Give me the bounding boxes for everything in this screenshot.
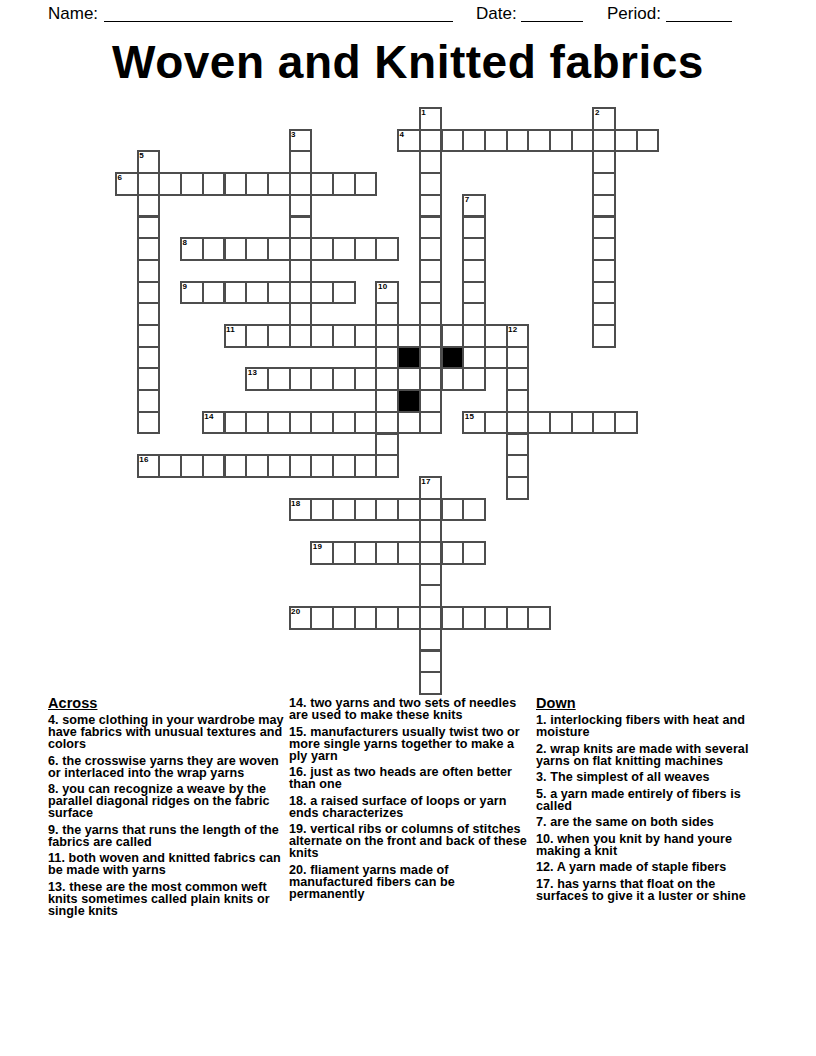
clue-down-10: 10. when you knit by hand youre making a… [536,833,764,857]
grid-cell[interactable] [354,324,378,348]
grid-cell[interactable] [375,498,399,522]
clue-across-9: 9. the yarns that runs the length of the… [48,824,285,848]
grid-cell[interactable] [419,541,443,565]
grid-cell[interactable] [592,216,616,240]
grid-cell[interactable] [332,541,356,565]
grid-cell[interactable] [289,172,313,196]
grid-cell[interactable] [462,281,486,305]
grid-cell[interactable] [462,129,486,153]
grid-cell[interactable] [527,411,551,435]
grid-cell[interactable] [441,129,465,153]
grid-cell[interactable] [245,172,269,196]
grid-cell[interactable] [332,498,356,522]
crossword-grid: 1234567891011121314151617181920 [116,108,659,694]
grid-cell-black [441,346,465,370]
grid-cell[interactable] [158,454,182,478]
grid-cell[interactable] [419,519,443,543]
grid-cell[interactable] [332,172,356,196]
grid-cell[interactable] [375,389,399,413]
grid-cell[interactable] [527,129,551,153]
grid-cell[interactable] [354,498,378,522]
grid-cell[interactable] [375,454,399,478]
grid-cell[interactable] [484,324,508,348]
clue-down-17: 17. has yarns that float on the surfaces… [536,878,764,902]
grid-cell[interactable] [375,606,399,630]
grid-cell[interactable] [202,172,226,196]
grid-cell[interactable] [592,150,616,174]
date-blank-line[interactable] [521,3,583,22]
grid-cell[interactable] [419,150,443,174]
grid-cell[interactable] [310,411,334,435]
grid-cell[interactable] [202,281,226,305]
grid-cell[interactable] [397,411,421,435]
grid-cell[interactable] [375,346,399,370]
grid-cell[interactable] [245,237,269,261]
grid-cell[interactable] [158,172,182,196]
grid-cell[interactable] [332,606,356,630]
grid-cell[interactable] [506,476,530,500]
grid-cell[interactable] [592,259,616,283]
clue-down-2: 2. wrap knits are made with several yarn… [536,743,764,767]
grid-cell[interactable] [267,237,291,261]
clue-number: 10 [378,283,388,291]
clue-across-16: 16. just as two heads are often better t… [289,766,532,790]
grid-cell[interactable] [592,324,616,348]
grid-cell[interactable] [310,454,334,478]
clue-across-20: 20. fliament yarns made of manufactured … [289,864,532,900]
grid-cell[interactable] [397,498,421,522]
clues-column-1: Across 4. some clothing in your wardrobe… [48,697,285,921]
grid-cell[interactable] [267,324,291,348]
grid-cell[interactable] [332,411,356,435]
grid-cell[interactable] [137,237,161,261]
grid-cell[interactable] [375,541,399,565]
clues-column-3: Down 1. interlocking fibers with heat an… [536,697,764,906]
grid-cell[interactable] [267,281,291,305]
grid-cell[interactable] [419,498,443,522]
clue-number: 2 [595,109,600,117]
grid-cell[interactable] [462,606,486,630]
grid-cell[interactable] [484,346,508,370]
clue-number: 19 [313,543,323,551]
grid-cell[interactable] [354,606,378,630]
clue-number: 9 [183,283,188,291]
grid-cell[interactable] [289,367,313,391]
grid-cell[interactable] [462,541,486,565]
grid-cell[interactable] [245,411,269,435]
clue-down-12: 12. A yarn made of staple fibers [536,861,764,873]
grid-cell[interactable] [462,216,486,240]
grid-cell[interactable] [419,346,443,370]
grid-cell[interactable] [245,324,269,348]
grid-cell[interactable] [354,541,378,565]
down-heading: Down [536,697,764,709]
grid-cell[interactable] [462,259,486,283]
grid-cell[interactable] [614,129,638,153]
grid-cell[interactable] [310,172,334,196]
grid-cell[interactable] [592,194,616,218]
grid-cell[interactable] [419,650,443,674]
clue-number: 8 [183,239,188,247]
grid-cell[interactable] [224,454,248,478]
grid-cell[interactable] [245,454,269,478]
grid-cell[interactable] [375,302,399,326]
grid-cell[interactable] [289,150,313,174]
grid-cell[interactable] [484,606,508,630]
grid-cell[interactable] [332,237,356,261]
grid-cell[interactable] [332,454,356,478]
grid-cell[interactable] [137,194,161,218]
grid-cell[interactable] [419,129,443,153]
grid-cell[interactable] [397,606,421,630]
grid-cell[interactable] [137,324,161,348]
grid-cell[interactable] [506,411,530,435]
clue-number: 4 [400,131,405,139]
grid-cell[interactable] [419,411,443,435]
grid-cell[interactable] [419,281,443,305]
grid-cell[interactable] [419,172,443,196]
grid-cell[interactable] [267,454,291,478]
grid-cell[interactable] [310,606,334,630]
grid-cell[interactable] [506,433,530,457]
grid-cell[interactable] [506,129,530,153]
period-label: Period: [607,4,661,24]
grid-cell[interactable] [354,454,378,478]
grid-cell[interactable] [419,194,443,218]
clue-number: 15 [465,413,475,421]
grid-cell[interactable] [419,237,443,261]
clue-number: 6 [118,174,123,182]
name-label: Name: [48,4,98,24]
grid-cell[interactable] [419,259,443,283]
clue-down-3: 3. The simplest of all weaves [536,771,764,783]
clue-number: 14 [204,413,214,421]
grid-cell[interactable] [419,563,443,587]
clue-number: 17 [421,478,431,486]
clue-across-11: 11. both woven and knitted fabrics can b… [48,852,285,876]
clue-number: 18 [291,500,301,508]
grid-cell[interactable] [289,454,313,478]
grid-cell[interactable] [462,346,486,370]
clue-across-8: 8. you can recognize a weave by the para… [48,783,285,819]
grid-cell[interactable] [137,411,161,435]
grid-cell[interactable] [137,216,161,240]
grid-cell[interactable] [419,367,443,391]
grid-cell[interactable] [506,454,530,478]
clue-number: 11 [226,326,235,334]
grid-cell[interactable] [310,498,334,522]
clue-number: 16 [139,456,149,464]
grid-cell[interactable] [202,454,226,478]
grid-cell[interactable] [462,498,486,522]
grid-cell[interactable] [224,237,248,261]
clue-across-19: 19. vertical ribs or columns of stitches… [289,823,532,859]
grid-cell[interactable] [137,172,161,196]
grid-cell[interactable] [310,324,334,348]
grid-cell[interactable] [375,433,399,457]
grid-cell[interactable] [375,237,399,261]
grid-cell-black [397,389,421,413]
grid-cell[interactable] [592,237,616,261]
date-label: Date: [476,4,517,24]
grid-cell[interactable] [397,324,421,348]
clue-across-14: 14. two yarns and two sets of needles ar… [289,697,532,721]
grid-cell[interactable] [549,129,573,153]
clue-number: 5 [139,152,144,160]
grid-cell[interactable] [267,411,291,435]
grid-cell[interactable] [506,346,530,370]
grid-cell[interactable] [289,237,313,261]
grid-cell[interactable] [202,237,226,261]
grid-cell[interactable] [571,129,595,153]
grid-cell[interactable] [289,194,313,218]
grid-cell[interactable] [549,411,573,435]
grid-cell[interactable] [506,606,530,630]
grid-cell[interactable] [441,367,465,391]
grid-cell[interactable] [506,367,530,391]
grid-cell[interactable] [310,281,334,305]
grid-cell[interactable] [289,324,313,348]
grid-cell[interactable] [419,671,443,695]
grid-cell[interactable] [397,541,421,565]
grid-cell[interactable] [180,172,204,196]
grid-cell[interactable] [484,411,508,435]
grid-cell[interactable] [289,216,313,240]
name-blank-line[interactable] [104,3,453,22]
clue-number: 13 [248,369,258,377]
clue-down-1: 1. interlocking fibers with heat and moi… [536,714,764,738]
grid-cell[interactable] [419,216,443,240]
grid-cell[interactable] [462,237,486,261]
grid-cell[interactable] [397,367,421,391]
grid-cell[interactable] [375,324,399,348]
across-heading: Across [48,697,285,709]
grid-cell[interactable] [419,389,443,413]
grid-cell[interactable] [462,367,486,391]
grid-cell[interactable] [332,324,356,348]
grid-cell[interactable] [506,389,530,413]
grid-cell[interactable] [441,324,465,348]
grid-cell[interactable] [592,302,616,326]
grid-cell[interactable] [419,628,443,652]
grid-cell[interactable] [289,411,313,435]
grid-cell[interactable] [419,606,443,630]
grid-cell[interactable] [592,129,616,153]
clues-column-2: 14. two yarns and two sets of needles ar… [289,697,532,904]
clue-across-18: 18. a raised surface of loops or yarn en… [289,795,532,819]
grid-cell[interactable] [375,367,399,391]
grid-cell[interactable] [332,281,356,305]
grid-cell[interactable] [224,411,248,435]
grid-cell[interactable] [462,324,486,348]
grid-cell[interactable] [332,367,356,391]
grid-cell[interactable] [419,302,443,326]
grid-cell[interactable] [441,606,465,630]
clue-number: 20 [291,608,301,616]
grid-cell[interactable] [354,237,378,261]
clue-down-7: 7. are the same on both sides [536,816,764,828]
period-blank-line[interactable] [666,3,732,22]
grid-cell[interactable] [289,281,313,305]
grid-cell[interactable] [419,584,443,608]
grid-cell[interactable] [354,367,378,391]
grid-cell[interactable] [527,606,551,630]
grid-cell[interactable] [462,302,486,326]
grid-cell[interactable] [137,302,161,326]
grid-cell[interactable] [245,281,269,305]
grid-cell[interactable] [375,411,399,435]
grid-cell[interactable] [137,259,161,283]
grid-cell[interactable] [419,324,443,348]
clue-number: 1 [421,109,426,117]
grid-cell[interactable] [289,302,313,326]
grid-cell[interactable] [267,367,291,391]
clue-number: 3 [291,131,296,139]
grid-cell[interactable] [354,172,378,196]
clue-across-13: 13. these are the most common weft knits… [48,881,285,917]
grid-cell[interactable] [137,367,161,391]
clue-across-6: 6. the crosswise yarns they are woven or… [48,755,285,779]
clue-number: 12 [508,326,518,334]
page-title: Woven and Knitted fabrics [0,38,816,86]
grid-cell[interactable] [267,172,291,196]
grid-cell[interactable] [180,454,204,478]
grid-cell[interactable] [484,129,508,153]
grid-cell[interactable] [224,281,248,305]
grid-cell[interactable] [354,411,378,435]
clue-number: 7 [465,196,470,204]
grid-cell[interactable] [310,237,334,261]
grid-cell[interactable] [441,541,465,565]
clue-down-5: 5. a yarn made entirely of fibers is cal… [536,788,764,812]
grid-cell[interactable] [571,411,595,435]
grid-cell[interactable] [636,129,660,153]
grid-cell[interactable] [137,389,161,413]
grid-cell[interactable] [614,411,638,435]
grid-cell[interactable] [592,281,616,305]
grid-cell[interactable] [137,346,161,370]
grid-cell[interactable] [310,367,334,391]
grid-cell[interactable] [592,172,616,196]
clue-across-4: 4. some clothing in your wardrobe may ha… [48,714,285,750]
grid-cell[interactable] [592,411,616,435]
grid-cell[interactable] [137,281,161,305]
grid-cell[interactable] [289,259,313,283]
grid-cell[interactable] [441,498,465,522]
grid-cell[interactable] [224,172,248,196]
grid-cell-black [397,346,421,370]
clue-across-15: 15. manufacturers usually twist two or m… [289,726,532,762]
